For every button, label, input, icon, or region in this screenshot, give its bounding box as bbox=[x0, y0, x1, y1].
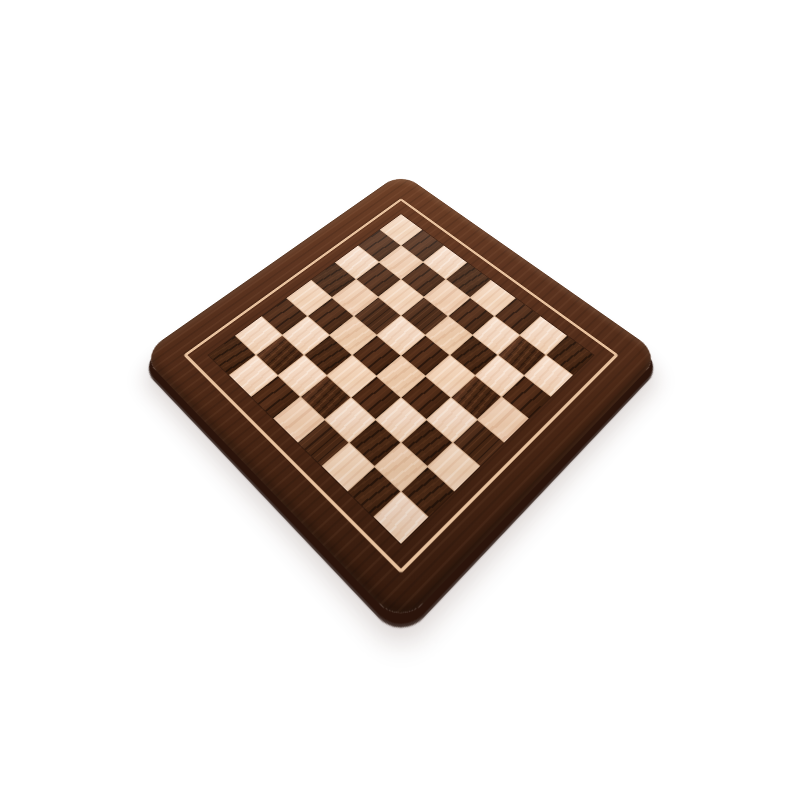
board-grid bbox=[209, 214, 594, 544]
photo-background bbox=[0, 0, 800, 800]
chess-board bbox=[141, 173, 661, 627]
